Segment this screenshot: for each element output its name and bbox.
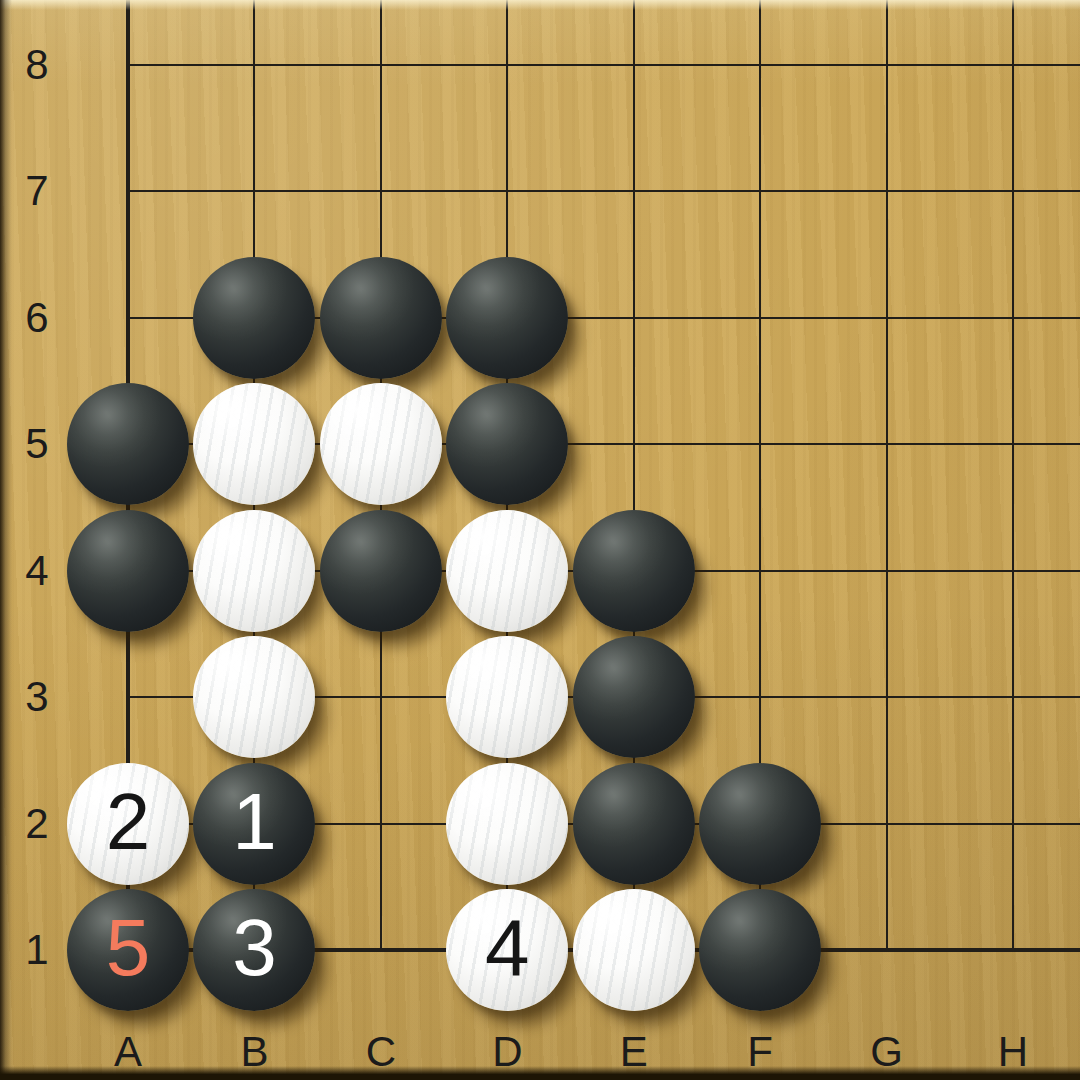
stone-black-F1[interactable] bbox=[699, 889, 821, 1011]
coord-number-4: 4 bbox=[10, 547, 64, 595]
stone-black-A4[interactable] bbox=[67, 510, 189, 632]
stone-black-A5[interactable] bbox=[67, 383, 189, 505]
coord-number-3: 3 bbox=[10, 673, 64, 721]
stone-black-B1[interactable]: 3 bbox=[193, 889, 315, 1011]
stone-black-D6[interactable] bbox=[446, 257, 568, 379]
stone-black-B6[interactable] bbox=[193, 257, 315, 379]
coord-number-6: 6 bbox=[10, 294, 64, 342]
stone-white-D4[interactable] bbox=[446, 510, 568, 632]
move-number-4: 4 bbox=[485, 908, 530, 988]
board-left-edge-shadow bbox=[0, 0, 12, 1080]
grid-line-vertical-H bbox=[1012, 0, 1014, 952]
stone-white-D1[interactable]: 4 bbox=[446, 889, 568, 1011]
stone-white-E1[interactable] bbox=[573, 889, 695, 1011]
stone-black-F2[interactable] bbox=[699, 763, 821, 885]
move-number-5: 5 bbox=[106, 908, 151, 988]
stone-black-E2[interactable] bbox=[573, 763, 695, 885]
coord-number-7: 7 bbox=[10, 167, 64, 215]
grid-line-horizontal-8 bbox=[126, 64, 1080, 66]
stone-white-D3[interactable] bbox=[446, 636, 568, 758]
coord-number-8: 8 bbox=[10, 41, 64, 89]
stone-white-B3[interactable] bbox=[193, 636, 315, 758]
move-number-3: 3 bbox=[232, 908, 277, 988]
stone-white-A2[interactable]: 2 bbox=[67, 763, 189, 885]
stone-white-B4[interactable] bbox=[193, 510, 315, 632]
move-number-1: 1 bbox=[232, 782, 277, 862]
stone-black-B2[interactable]: 1 bbox=[193, 763, 315, 885]
stone-black-E4[interactable] bbox=[573, 510, 695, 632]
stone-black-C6[interactable] bbox=[320, 257, 442, 379]
stone-black-E3[interactable] bbox=[573, 636, 695, 758]
stone-black-A1[interactable]: 5 bbox=[67, 889, 189, 1011]
stone-black-D5[interactable] bbox=[446, 383, 568, 505]
board-bottom-edge-shadow bbox=[0, 1066, 1080, 1080]
coord-number-1: 1 bbox=[10, 926, 64, 974]
coord-number-2: 2 bbox=[10, 800, 64, 848]
stone-white-B5[interactable] bbox=[193, 383, 315, 505]
go-board[interactable]: ABCDEFGH 12345678 21534 bbox=[0, 0, 1080, 1080]
grid-line-horizontal-7 bbox=[126, 190, 1080, 192]
stone-black-C4[interactable] bbox=[320, 510, 442, 632]
board-top-edge-highlight bbox=[0, 0, 1080, 10]
move-number-2: 2 bbox=[106, 782, 151, 862]
grid-line-vertical-G bbox=[886, 0, 888, 952]
stone-white-C5[interactable] bbox=[320, 383, 442, 505]
coord-number-5: 5 bbox=[10, 420, 64, 468]
stone-white-D2[interactable] bbox=[446, 763, 568, 885]
